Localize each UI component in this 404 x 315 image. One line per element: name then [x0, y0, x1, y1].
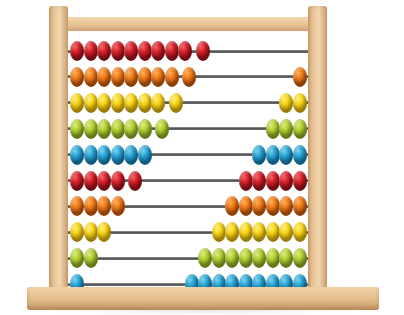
right-bead-group-2: [293, 67, 307, 87]
bead-red[interactable]: [293, 171, 307, 191]
bead-row-4: [70, 119, 306, 139]
left-bead-group-4: [70, 119, 169, 139]
bead-green[interactable]: [225, 248, 239, 268]
left-bead-group-7: [70, 196, 124, 216]
bead-green[interactable]: [212, 248, 226, 268]
left-bead-group-5: [70, 145, 151, 165]
bead-orange[interactable]: [182, 67, 196, 87]
abacus: [0, 0, 404, 315]
right-bead-group-8: [212, 222, 307, 242]
bead-green[interactable]: [266, 248, 280, 268]
left-bead-group-8: [70, 222, 111, 242]
bead-orange[interactable]: [293, 67, 307, 87]
bead-red[interactable]: [196, 41, 210, 61]
bead-orange[interactable]: [111, 67, 125, 87]
bead-yellow[interactable]: [239, 222, 253, 242]
bead-row-6: [70, 171, 306, 191]
bead-yellow[interactable]: [70, 222, 84, 242]
bead-red[interactable]: [178, 41, 192, 61]
bead-yellow[interactable]: [138, 93, 152, 113]
bead-green[interactable]: [198, 248, 212, 268]
left-bead-group-1: [70, 41, 209, 61]
bead-red[interactable]: [165, 41, 179, 61]
bead-yellow[interactable]: [151, 93, 165, 113]
bead-yellow[interactable]: [252, 222, 266, 242]
left-bead-group-3: [70, 93, 182, 113]
bead-yellow[interactable]: [212, 222, 226, 242]
bead-row-2: [70, 67, 306, 87]
bead-green[interactable]: [84, 119, 98, 139]
bead-green[interactable]: [279, 119, 293, 139]
bead-red[interactable]: [266, 171, 280, 191]
bead-green[interactable]: [293, 248, 307, 268]
bead-orange[interactable]: [266, 196, 280, 216]
bead-orange[interactable]: [239, 196, 253, 216]
bead-orange[interactable]: [151, 67, 165, 87]
bead-yellow[interactable]: [70, 93, 84, 113]
bead-yellow[interactable]: [97, 93, 111, 113]
bead-row-3: [70, 93, 306, 113]
bead-red[interactable]: [138, 41, 152, 61]
bead-blue[interactable]: [293, 145, 307, 165]
bead-yellow[interactable]: [111, 93, 125, 113]
bead-orange[interactable]: [84, 196, 98, 216]
bead-yellow[interactable]: [84, 93, 98, 113]
bead-yellow[interactable]: [97, 222, 111, 242]
bead-orange[interactable]: [279, 196, 293, 216]
bead-blue[interactable]: [124, 145, 138, 165]
bead-red[interactable]: [111, 171, 125, 191]
bead-red[interactable]: [279, 171, 293, 191]
bead-red[interactable]: [97, 171, 111, 191]
bead-blue[interactable]: [138, 145, 152, 165]
bead-orange[interactable]: [70, 196, 84, 216]
bead-green[interactable]: [266, 119, 280, 139]
bead-yellow[interactable]: [279, 93, 293, 113]
bead-green[interactable]: [97, 119, 111, 139]
bead-red[interactable]: [124, 41, 138, 61]
bead-red[interactable]: [97, 41, 111, 61]
bead-green[interactable]: [252, 248, 266, 268]
bead-orange[interactable]: [111, 196, 125, 216]
right-bead-group-7: [225, 196, 306, 216]
bead-red[interactable]: [239, 171, 253, 191]
right-bead-group-4: [266, 119, 307, 139]
bead-orange[interactable]: [97, 196, 111, 216]
bead-orange[interactable]: [84, 67, 98, 87]
bead-green[interactable]: [293, 119, 307, 139]
bead-orange[interactable]: [165, 67, 179, 87]
bead-yellow[interactable]: [293, 222, 307, 242]
bead-red[interactable]: [151, 41, 165, 61]
bead-green[interactable]: [279, 248, 293, 268]
left-bead-group-9: [70, 248, 97, 268]
bead-row-1: [70, 41, 306, 61]
bead-green[interactable]: [70, 119, 84, 139]
left-bead-group-6: [70, 171, 142, 191]
right-bead-group-9: [198, 248, 306, 268]
bead-green[interactable]: [84, 248, 98, 268]
bead-yellow[interactable]: [266, 222, 280, 242]
bead-green[interactable]: [124, 119, 138, 139]
bead-orange[interactable]: [293, 196, 307, 216]
bead-yellow[interactable]: [293, 93, 307, 113]
bead-blue[interactable]: [111, 145, 125, 165]
bead-red[interactable]: [70, 171, 84, 191]
bead-yellow[interactable]: [169, 93, 183, 113]
right-bead-group-5: [252, 145, 306, 165]
bead-red[interactable]: [252, 171, 266, 191]
bead-row-8: [70, 222, 306, 242]
right-bead-group-3: [279, 93, 306, 113]
bead-blue[interactable]: [252, 145, 266, 165]
bead-row-5: [70, 145, 306, 165]
frame-left-post: [49, 6, 68, 290]
frame-right-post: [308, 6, 327, 290]
bead-green[interactable]: [155, 119, 169, 139]
bead-blue[interactable]: [279, 145, 293, 165]
bead-green[interactable]: [70, 248, 84, 268]
bead-green[interactable]: [111, 119, 125, 139]
bead-blue[interactable]: [84, 145, 98, 165]
frame-base: [27, 287, 379, 310]
bead-orange[interactable]: [124, 67, 138, 87]
bead-yellow[interactable]: [124, 93, 138, 113]
bead-orange[interactable]: [138, 67, 152, 87]
bead-red[interactable]: [70, 41, 84, 61]
right-bead-group-6: [239, 171, 307, 191]
bead-yellow[interactable]: [84, 222, 98, 242]
frame-top-rail: [58, 17, 318, 31]
bead-yellow[interactable]: [279, 222, 293, 242]
bead-blue[interactable]: [266, 145, 280, 165]
left-bead-group-2: [70, 67, 196, 87]
bead-row-7: [70, 196, 306, 216]
bead-row-9: [70, 248, 306, 268]
bead-orange[interactable]: [97, 67, 111, 87]
bead-yellow[interactable]: [225, 222, 239, 242]
bead-red[interactable]: [128, 171, 142, 191]
bead-blue[interactable]: [70, 145, 84, 165]
bead-red[interactable]: [84, 171, 98, 191]
bead-orange[interactable]: [252, 196, 266, 216]
bead-green[interactable]: [138, 119, 152, 139]
bead-orange[interactable]: [70, 67, 84, 87]
bead-red[interactable]: [111, 41, 125, 61]
bead-blue[interactable]: [97, 145, 111, 165]
bead-red[interactable]: [84, 41, 98, 61]
bead-orange[interactable]: [225, 196, 239, 216]
bead-green[interactable]: [239, 248, 253, 268]
